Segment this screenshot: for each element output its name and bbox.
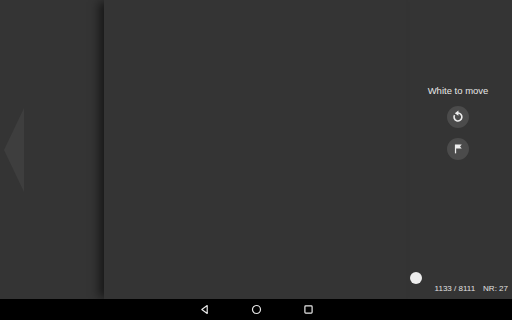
android-nav-bar [0, 299, 512, 320]
puzzle-progress: 1133 / 8111 [435, 284, 475, 293]
undo-button[interactable] [447, 106, 469, 128]
back-button[interactable] [199, 304, 210, 315]
puzzle-counter: 1133 / 8111 NR: 27 [435, 284, 508, 293]
home-button[interactable] [251, 304, 262, 315]
status-text: White to move [404, 85, 512, 96]
app-screen: White to move 1133 / 8111 NR: 27 [0, 0, 512, 320]
home-circle-icon [251, 304, 262, 315]
recents-square-icon [303, 304, 314, 315]
flag-icon [450, 141, 466, 157]
puzzle-nr: NR: 27 [483, 284, 508, 293]
recents-button[interactable] [303, 304, 314, 315]
back-triangle-icon [199, 304, 210, 315]
chess-board[interactable] [104, 0, 406, 299]
previous-puzzle-arrow[interactable] [4, 108, 24, 192]
undo-icon [450, 109, 466, 125]
white-to-move-dot [410, 272, 422, 284]
flag-button[interactable] [447, 138, 469, 160]
